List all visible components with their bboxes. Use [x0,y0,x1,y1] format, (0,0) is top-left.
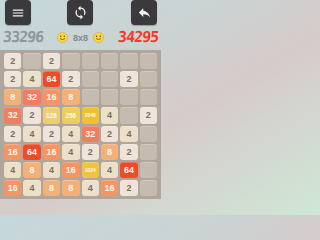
empty-cell [140,126,157,142]
board-size-label: 8x8 [73,33,88,43]
empty-cell [120,53,137,69]
tile-128: 128 [43,107,60,123]
tile-2: 2 [120,144,137,160]
tile-2: 2 [140,107,157,123]
empty-cell [140,162,157,178]
tile-8: 8 [62,180,79,196]
tile-16: 16 [62,162,79,178]
tile-2: 2 [4,126,21,142]
tile-2: 2 [4,53,21,69]
tile-8: 8 [4,89,21,105]
tile-8: 8 [101,144,118,160]
smiley-face-icon [57,29,68,47]
tile-2048: 2048 [82,107,99,123]
tile-16: 16 [4,180,21,196]
empty-cell [23,53,40,69]
tile-16: 16 [4,144,21,160]
empty-cell [120,89,137,105]
tile-4: 4 [43,162,60,178]
empty-cell [140,89,157,105]
tile-16: 16 [43,89,60,105]
refresh-button[interactable] [67,0,93,25]
hamburger-menu-icon [11,6,25,20]
tile-8: 8 [43,180,60,196]
tile-2: 2 [120,180,137,196]
menu-button[interactable] [5,0,31,25]
empty-cell [140,180,157,196]
undo-button[interactable] [131,0,157,25]
tile-4: 4 [120,126,137,142]
empty-cell [140,71,157,87]
tile-32: 32 [23,89,40,105]
tile-2: 2 [43,53,60,69]
tile-64: 64 [120,162,137,178]
empty-cell [82,89,99,105]
tile-2: 2 [101,126,118,142]
tile-2: 2 [82,144,99,160]
tile-256: 256 [62,107,79,123]
empty-cell [82,71,99,87]
tile-8: 8 [23,162,40,178]
tile-4: 4 [82,180,99,196]
tile-2: 2 [120,71,137,87]
empty-cell [82,53,99,69]
tile-4: 4 [62,126,79,142]
empty-cell [101,71,118,87]
tile-1024: 1024 [82,162,99,178]
tile-2: 2 [23,107,40,123]
undo-arrow-icon [137,5,152,20]
tile-64: 64 [23,144,40,160]
board-grid[interactable]: 2224642283216832212825620484224243224166… [0,50,161,199]
tile-4: 4 [101,162,118,178]
tile-4: 4 [4,162,21,178]
tile-4: 4 [23,71,40,87]
empty-cell [62,53,79,69]
tile-64: 64 [43,71,60,87]
tile-4: 4 [23,180,40,196]
tile-4: 4 [62,144,79,160]
tile-4: 4 [23,126,40,142]
tile-32: 32 [4,107,21,123]
empty-cell [101,53,118,69]
tile-4: 4 [101,107,118,123]
tile-16: 16 [43,144,60,160]
tile-8: 8 [62,89,79,105]
board-size-group: 8x8 [0,31,161,44]
tile-32: 32 [82,126,99,142]
empty-cell [101,89,118,105]
tile-2: 2 [62,71,79,87]
smiley-face-icon [93,29,104,47]
refresh-sync-icon [73,5,88,20]
tile-16: 16 [101,180,118,196]
empty-cell [120,107,137,123]
empty-cell [140,53,157,69]
empty-cell [140,144,157,160]
tile-2: 2 [4,71,21,87]
tile-2: 2 [43,126,60,142]
